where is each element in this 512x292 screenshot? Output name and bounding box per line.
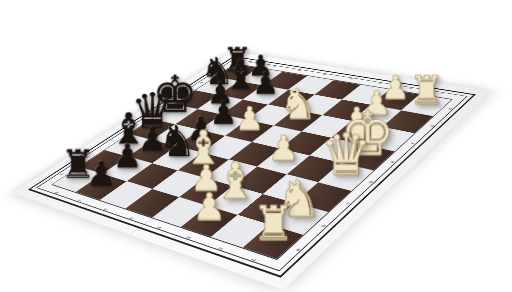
white-pawn-d3[interactable]: ♟ (268, 130, 299, 165)
white-rook-a1[interactable]: ♜ (252, 200, 294, 247)
black-pawn-g6[interactable]: ♟ (252, 68, 279, 98)
white-pawn-e5[interactable]: ♟ (235, 102, 264, 134)
white-queen-d1[interactable]: ♛ (320, 125, 372, 183)
white-knight-f4[interactable]: ♞ (279, 83, 317, 125)
white-pawn-a3[interactable]: ♟ (192, 188, 226, 226)
vinyl-mat: abcdefgh abcdefgh 87654321 87654321 ♜♝♛♚… (13, 51, 492, 289)
black-pawn-a7[interactable]: ♟ (86, 157, 116, 191)
black-pawn-b7[interactable]: ♟ (113, 139, 143, 172)
chessboard-photo-scene: abcdefgh abcdefgh 87654321 87654321 ♜♝♛♚… (0, 0, 512, 292)
white-rook-h1[interactable]: ♜ (409, 71, 444, 110)
